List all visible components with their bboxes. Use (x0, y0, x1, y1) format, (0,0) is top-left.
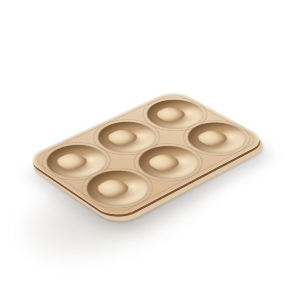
product-photo (0, 0, 292, 292)
